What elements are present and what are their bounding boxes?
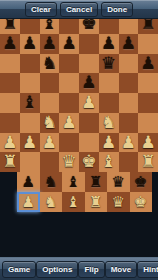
tray-black-pawn[interactable]: ♟ xyxy=(17,172,40,192)
black-pawn: ♟ xyxy=(79,73,99,93)
black-pawn: ♟ xyxy=(119,34,139,54)
square-g6[interactable] xyxy=(119,54,139,74)
tray-row-black: ♟♞♝♜♛♚ xyxy=(17,172,152,192)
square-e1[interactable]: ♚ xyxy=(79,152,99,172)
square-h4[interactable] xyxy=(138,93,158,113)
square-f4[interactable] xyxy=(99,93,119,113)
black-pawn: ♟ xyxy=(40,34,60,54)
black-queen-icon: ♛ xyxy=(107,172,130,192)
cancel-button[interactable]: Cancel xyxy=(60,2,98,17)
hint-button[interactable]: Hint xyxy=(137,261,158,278)
tray-white-rook[interactable]: ♜ xyxy=(85,192,108,212)
square-c2[interactable]: ♟ xyxy=(40,133,60,153)
square-e2[interactable] xyxy=(79,133,99,153)
tray-row-white: ♟♞♝♜♛♚ xyxy=(17,192,152,212)
square-e4[interactable]: ♟ xyxy=(79,93,99,113)
square-b4[interactable]: ♝ xyxy=(20,93,40,113)
square-e6[interactable] xyxy=(79,54,99,74)
white-pawn: ♟ xyxy=(0,133,20,153)
chess-app-screen: ♜♝♚♜♟♟♟♟♟♟♞♛♟♟♝♟♞♟♞♟♟♟♟♟♟♜♛♚♝♜ Clear Can… xyxy=(0,0,158,280)
white-knight: ♞ xyxy=(40,113,60,133)
black-queen: ♛ xyxy=(99,54,119,74)
square-e7[interactable] xyxy=(79,34,99,54)
square-c1[interactable] xyxy=(40,152,60,172)
square-d5[interactable] xyxy=(59,73,79,93)
black-pawn: ♟ xyxy=(59,34,79,54)
square-d6[interactable] xyxy=(59,54,79,74)
square-h5[interactable] xyxy=(138,73,158,93)
tray-white-queen[interactable]: ♛ xyxy=(107,192,130,212)
tray-black-bishop[interactable]: ♝ xyxy=(62,172,85,192)
black-pawn: ♟ xyxy=(20,34,40,54)
square-a6[interactable] xyxy=(0,54,20,74)
black-pawn-icon: ♟ xyxy=(17,172,40,192)
square-f2[interactable]: ♟ xyxy=(99,133,119,153)
black-knight: ♞ xyxy=(40,54,60,74)
square-f6[interactable]: ♛ xyxy=(99,54,119,74)
clear-button[interactable]: Clear xyxy=(25,2,57,17)
square-g7[interactable]: ♟ xyxy=(119,34,139,54)
square-b6[interactable] xyxy=(20,54,40,74)
square-h1[interactable]: ♜ xyxy=(138,152,158,172)
square-a1[interactable]: ♜ xyxy=(0,152,20,172)
tray-black-knight[interactable]: ♞ xyxy=(40,172,63,192)
square-e3[interactable] xyxy=(79,113,99,133)
square-g5[interactable] xyxy=(119,73,139,93)
square-f3[interactable]: ♞ xyxy=(99,113,119,133)
square-a7[interactable]: ♟ xyxy=(0,34,20,54)
white-rook: ♜ xyxy=(0,152,20,172)
square-f5[interactable] xyxy=(99,73,119,93)
piece-tray: ♟♞♝♜♛♚ ♟♞♝♜♛♚ xyxy=(17,172,152,212)
square-d1[interactable]: ♛ xyxy=(59,152,79,172)
square-f7[interactable]: ♟ xyxy=(99,34,119,54)
white-pawn: ♟ xyxy=(119,133,139,153)
white-bishop-icon: ♝ xyxy=(62,192,85,212)
tray-black-rook[interactable]: ♜ xyxy=(85,172,108,192)
tray-black-queen[interactable]: ♛ xyxy=(107,172,130,192)
move-button[interactable]: Move xyxy=(105,261,137,278)
white-rook-icon: ♜ xyxy=(85,192,108,212)
square-d7[interactable]: ♟ xyxy=(59,34,79,54)
white-king-icon: ♚ xyxy=(130,192,153,212)
game-button[interactable]: Game xyxy=(2,261,36,278)
black-bishop: ♝ xyxy=(20,93,40,113)
black-pawn: ♟ xyxy=(0,34,20,54)
top-toolbar: Clear Cancel Done xyxy=(0,0,158,19)
white-knight: ♞ xyxy=(99,113,119,133)
white-king: ♚ xyxy=(79,152,99,172)
white-queen: ♛ xyxy=(59,152,79,172)
square-g3[interactable] xyxy=(119,113,139,133)
black-bishop-icon: ♝ xyxy=(62,172,85,192)
options-button[interactable]: Options xyxy=(36,261,78,278)
tray-white-knight[interactable]: ♞ xyxy=(40,192,63,212)
square-d3[interactable]: ♟ xyxy=(59,113,79,133)
square-b1[interactable] xyxy=(20,152,40,172)
tray-white-bishop[interactable]: ♝ xyxy=(62,192,85,212)
black-knight-icon: ♞ xyxy=(40,172,63,192)
square-c4[interactable] xyxy=(40,93,60,113)
white-pawn: ♟ xyxy=(40,133,60,153)
square-g4[interactable] xyxy=(119,93,139,113)
black-pawn: ♟ xyxy=(99,34,119,54)
square-e5[interactable]: ♟ xyxy=(79,73,99,93)
chess-board: ♜♝♚♜♟♟♟♟♟♟♞♛♟♟♝♟♞♟♞♟♟♟♟♟♟♜♛♚♝♜ xyxy=(0,14,158,172)
white-pawn: ♟ xyxy=(99,133,119,153)
tray-black-king[interactable]: ♚ xyxy=(130,172,153,192)
white-queen-icon: ♛ xyxy=(107,192,130,212)
square-g1[interactable] xyxy=(119,152,139,172)
square-f1[interactable]: ♝ xyxy=(99,152,119,172)
white-pawn: ♟ xyxy=(20,133,40,153)
square-b2[interactable]: ♟ xyxy=(20,133,40,153)
square-h3[interactable] xyxy=(138,113,158,133)
black-rook-icon: ♜ xyxy=(85,172,108,192)
tray-white-king[interactable]: ♚ xyxy=(130,192,153,212)
white-rook: ♜ xyxy=(138,152,158,172)
white-knight-icon: ♞ xyxy=(40,192,63,212)
square-h2[interactable]: ♟ xyxy=(138,133,158,153)
square-c6[interactable]: ♞ xyxy=(40,54,60,74)
square-h6[interactable]: ♟ xyxy=(138,54,158,74)
square-c3[interactable]: ♞ xyxy=(40,113,60,133)
flip-button[interactable]: Flip xyxy=(78,261,104,278)
square-d4[interactable] xyxy=(59,93,79,113)
square-a4[interactable] xyxy=(0,93,20,113)
tray-white-pawn[interactable]: ♟ xyxy=(17,192,40,212)
square-b7[interactable]: ♟ xyxy=(20,34,40,54)
white-bishop: ♝ xyxy=(99,152,119,172)
white-pawn-icon: ♟ xyxy=(17,192,40,212)
black-king-icon: ♚ xyxy=(130,172,153,192)
square-b3[interactable] xyxy=(20,113,40,133)
done-button[interactable]: Done xyxy=(101,2,133,17)
square-a5[interactable] xyxy=(0,73,20,93)
square-c5[interactable] xyxy=(40,73,60,93)
white-pawn: ♟ xyxy=(79,93,99,113)
bottom-toolbar: Game Options Flip Move Hint xyxy=(0,257,158,280)
square-a2[interactable]: ♟ xyxy=(0,133,20,153)
black-pawn: ♟ xyxy=(138,54,158,74)
square-c7[interactable]: ♟ xyxy=(40,34,60,54)
square-d2[interactable] xyxy=(59,133,79,153)
square-g2[interactable]: ♟ xyxy=(119,133,139,153)
square-h7[interactable] xyxy=(138,34,158,54)
square-a3[interactable] xyxy=(0,113,20,133)
white-pawn: ♟ xyxy=(59,113,79,133)
square-b5[interactable] xyxy=(20,73,40,93)
white-pawn: ♟ xyxy=(138,133,158,153)
